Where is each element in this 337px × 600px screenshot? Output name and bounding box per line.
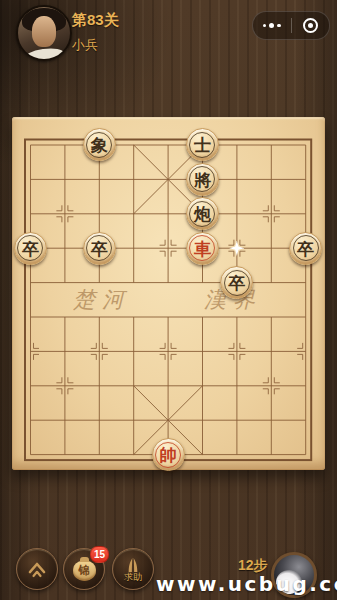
more-button[interactable] bbox=[253, 12, 291, 39]
wechat-capsule bbox=[252, 11, 330, 40]
piece-black-elephant[interactable]: 象 bbox=[82, 128, 116, 162]
piece-glyph: 卒 bbox=[228, 275, 245, 292]
avatar-collar bbox=[23, 46, 64, 61]
piece-red-general[interactable]: 帥 bbox=[151, 437, 185, 471]
piece-disc: 帥 bbox=[152, 438, 185, 471]
money-bag-icon: 锦 bbox=[73, 561, 96, 581]
header: 第83关 小兵 bbox=[0, 0, 337, 62]
piece-black-soldier[interactable]: 卒 bbox=[288, 231, 322, 265]
piece-black-general[interactable]: 將 bbox=[185, 162, 219, 196]
piece-glyph: 象 bbox=[91, 137, 108, 154]
avatar[interactable] bbox=[16, 5, 72, 61]
hint-count-badge: 15 bbox=[90, 546, 109, 563]
hint-bag-button[interactable]: 锦 15 bbox=[63, 548, 105, 590]
app-screen: 第83关 小兵 楚河漢界 象士將炮卒卒車卒卒帥 锦 15 bbox=[0, 0, 337, 600]
more-dots-icon bbox=[269, 23, 274, 28]
collapse-menu-button[interactable] bbox=[16, 548, 58, 590]
piece-red-chariot[interactable]: 車 bbox=[185, 231, 219, 265]
piece-black-cannon[interactable]: 炮 bbox=[185, 197, 219, 231]
piece-disc: 將 bbox=[186, 163, 219, 196]
piece-black-soldier[interactable]: 卒 bbox=[13, 231, 47, 265]
pieces-layer: 象士將炮卒卒車卒卒帥 bbox=[13, 128, 323, 472]
more-dots-icon bbox=[263, 24, 267, 28]
watermark: www.ucbug.cc bbox=[156, 572, 337, 596]
piece-glyph: 卒 bbox=[91, 240, 108, 257]
piece-glyph: 車 bbox=[194, 240, 211, 257]
piece-black-advisor[interactable]: 士 bbox=[185, 128, 219, 162]
piece-disc: 卒 bbox=[289, 232, 322, 265]
piece-glyph: 炮 bbox=[194, 206, 211, 223]
piece-glyph: 卒 bbox=[297, 240, 314, 257]
piece-glyph: 帥 bbox=[160, 447, 177, 464]
header-text: 第83关 小兵 bbox=[72, 11, 119, 54]
level-label: 第83关 bbox=[72, 11, 119, 30]
piece-disc: 象 bbox=[83, 128, 116, 161]
xiangqi-board[interactable]: 楚河漢界 象士將炮卒卒車卒卒帥 bbox=[12, 117, 325, 470]
piece-disc: 士 bbox=[186, 128, 219, 161]
minimize-button[interactable] bbox=[292, 12, 330, 39]
sparkle-icon bbox=[229, 241, 244, 256]
piece-disc: 炮 bbox=[186, 197, 219, 230]
last-move-marker bbox=[220, 231, 254, 265]
piece-glyph: 士 bbox=[194, 137, 211, 154]
piece-glyph: 將 bbox=[194, 171, 211, 188]
piece-black-soldier[interactable]: 卒 bbox=[220, 265, 254, 299]
piece-glyph: 卒 bbox=[22, 240, 39, 257]
circle-dot-icon bbox=[303, 18, 318, 33]
rank-label: 小兵 bbox=[72, 36, 119, 54]
help-content: 求助 bbox=[123, 557, 143, 582]
help-label: 求助 bbox=[124, 573, 142, 582]
piece-black-soldier[interactable]: 卒 bbox=[82, 231, 116, 265]
piece-disc: 卒 bbox=[14, 232, 47, 265]
piece-disc: 卒 bbox=[83, 232, 116, 265]
avatar-face bbox=[32, 16, 57, 47]
ask-help-button[interactable]: 求助 bbox=[112, 548, 154, 590]
piece-disc: 卒 bbox=[220, 266, 253, 299]
chevron-up-icon bbox=[23, 555, 51, 583]
piece-disc: 車 bbox=[186, 232, 219, 265]
bag-character: 锦 bbox=[79, 563, 90, 578]
more-dots-icon bbox=[277, 24, 281, 28]
